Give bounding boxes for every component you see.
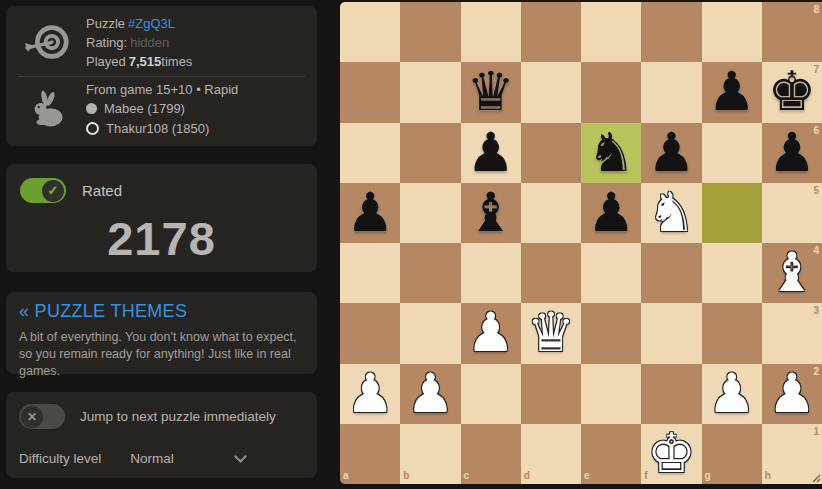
black-queen[interactable]: ♛	[461, 62, 521, 122]
square-h3[interactable]: 3	[762, 303, 822, 363]
black-pawn[interactable]: ♟	[641, 123, 701, 183]
square-a3[interactable]	[340, 303, 400, 363]
black-bishop[interactable]: ♝	[461, 183, 521, 243]
square-b6[interactable]	[400, 123, 460, 183]
square-d8[interactable]	[521, 2, 581, 62]
black-pawn[interactable]: ♟	[461, 123, 521, 183]
square-f3[interactable]	[641, 303, 701, 363]
jump-toggle-x-icon: ✕	[21, 406, 43, 428]
coord-file-h: h	[765, 471, 771, 481]
user-puzzle-rating: 2178	[20, 211, 303, 266]
puzzle-label: Puzzle	[86, 16, 125, 31]
square-a4[interactable]	[340, 243, 400, 303]
jump-next-toggle[interactable]: ✕	[19, 404, 65, 429]
coord-rank-8: 8	[813, 5, 819, 15]
rating-hidden-value: hidden	[130, 35, 169, 50]
square-e8[interactable]	[581, 2, 641, 62]
rabbit-icon	[18, 88, 78, 130]
black-pawn[interactable]: ♟	[581, 183, 641, 243]
puzzle-meta-section: Puzzle#ZgQ3L Rating:hidden Played7,515ti…	[18, 12, 305, 74]
white-knight[interactable]: ♞	[641, 183, 701, 243]
player-row-black: Thakur108 (1850)	[86, 119, 238, 139]
square-c2[interactable]	[461, 364, 521, 424]
square-g3[interactable]	[702, 303, 762, 363]
square-d5[interactable]	[521, 183, 581, 243]
square-b1[interactable]: b	[400, 424, 460, 484]
target-icon	[18, 20, 78, 66]
square-d7[interactable]	[521, 62, 581, 122]
coord-file-d: d	[524, 471, 530, 481]
square-a7[interactable]	[340, 62, 400, 122]
white-pawn[interactable]: ♟	[340, 364, 400, 424]
puzzle-rating-line: Rating:hidden	[86, 33, 195, 52]
square-b8[interactable]	[400, 2, 460, 62]
square-f6[interactable]: ♟	[641, 123, 701, 183]
player-link-thakur108[interactable]: Thakur108 (1850)	[106, 119, 209, 139]
coord-file-c: c	[464, 471, 470, 481]
coord-file-g: g	[705, 471, 711, 481]
square-b4[interactable]	[400, 243, 460, 303]
square-c1[interactable]: c	[461, 424, 521, 484]
square-f4[interactable]	[641, 243, 701, 303]
square-d3[interactable]: ♛	[521, 303, 581, 363]
square-h8[interactable]: 8	[762, 2, 822, 62]
square-h5[interactable]: 5	[762, 183, 822, 243]
difficulty-select[interactable]: Normal	[130, 451, 245, 466]
puzzle-themes-description: A bit of everything. You don't know what…	[19, 329, 304, 380]
square-d1[interactable]: d	[521, 424, 581, 484]
square-f2[interactable]	[641, 364, 701, 424]
square-b3[interactable]	[400, 303, 460, 363]
square-f7[interactable]	[641, 62, 701, 122]
square-g5[interactable]	[702, 183, 762, 243]
square-e6[interactable]: ♞	[581, 123, 641, 183]
square-c4[interactable]	[461, 243, 521, 303]
rated-label: Rated	[82, 182, 122, 199]
square-f1[interactable]: ♚f	[641, 424, 701, 484]
chevron-down-icon	[234, 450, 247, 463]
chess-board: 8♛♟♚7♟♞♟♟6♟♝♟♞5♝4♟♛3♟♟♟♟2abcde♚fgh1	[340, 2, 822, 484]
square-h4[interactable]: ♝4	[762, 243, 822, 303]
jump-next-label: Jump to next puzzle immediately	[80, 409, 276, 424]
coord-rank-5: 5	[813, 186, 819, 196]
coord-rank-7: 7	[813, 65, 819, 75]
square-f8[interactable]	[641, 2, 701, 62]
rating-label: Rating:	[86, 35, 127, 50]
square-e3[interactable]	[581, 303, 641, 363]
played-label: Played	[86, 54, 126, 69]
rating-box: ✓ Rated 2178	[6, 164, 317, 272]
square-g7[interactable]: ♟	[702, 62, 762, 122]
difficulty-label: Difficulty level	[19, 451, 101, 466]
square-b2[interactable]: ♟	[400, 364, 460, 424]
square-g6[interactable]	[702, 123, 762, 183]
square-h2[interactable]: ♟2	[762, 364, 822, 424]
puzzle-settings-box: ✕ Jump to next puzzle immediately Diffic…	[6, 392, 317, 478]
played-count: 7,515	[129, 54, 162, 69]
white-queen[interactable]: ♛	[521, 303, 581, 363]
square-e1[interactable]: e	[581, 424, 641, 484]
square-c3[interactable]: ♟	[461, 303, 521, 363]
square-c6[interactable]: ♟	[461, 123, 521, 183]
rated-toggle-check-icon: ✓	[42, 180, 64, 202]
puzzle-info-box: Puzzle#ZgQ3L Rating:hidden Played7,515ti…	[6, 6, 317, 146]
square-c8[interactable]	[461, 2, 521, 62]
square-h6[interactable]: ♟6	[762, 123, 822, 183]
source-game-section: From game 15+10 • Rapid Mabee (1799) Tha…	[18, 79, 305, 141]
played-suffix: times	[161, 54, 192, 69]
coord-file-b: b	[403, 471, 409, 481]
puzzle-played-line: Played7,515times	[86, 52, 195, 71]
coord-rank-3: 3	[813, 306, 819, 316]
square-a2[interactable]: ♟	[340, 364, 400, 424]
coord-rank-2: 2	[813, 367, 819, 377]
square-d4[interactable]	[521, 243, 581, 303]
source-game-heading: From game 15+10 • Rapid	[86, 80, 238, 99]
square-a1[interactable]: a	[340, 424, 400, 484]
square-f5[interactable]: ♞	[641, 183, 701, 243]
square-g8[interactable]	[702, 2, 762, 62]
square-e7[interactable]	[581, 62, 641, 122]
black-knight[interactable]: ♞	[581, 123, 641, 183]
coord-file-f: f	[644, 471, 647, 481]
square-a5[interactable]: ♟	[340, 183, 400, 243]
puzzle-themes-link[interactable]: « PUZZLE THEMES	[19, 301, 304, 322]
square-e2[interactable]	[581, 364, 641, 424]
square-c7[interactable]: ♛	[461, 62, 521, 122]
square-c5[interactable]: ♝	[461, 183, 521, 243]
square-h7[interactable]: ♚7	[762, 62, 822, 122]
white-pawn[interactable]: ♟	[400, 364, 460, 424]
coord-file-a: a	[343, 471, 349, 481]
square-d6[interactable]	[521, 123, 581, 183]
square-d2[interactable]	[521, 364, 581, 424]
puzzle-themes-box: « PUZZLE THEMES A bit of everything. You…	[6, 292, 317, 374]
rated-toggle[interactable]: ✓	[20, 178, 66, 203]
puzzle-title-line: Puzzle#ZgQ3L	[86, 14, 195, 33]
black-pawn[interactable]: ♟	[340, 183, 400, 243]
puzzle-id-link[interactable]: #ZgQ3L	[128, 16, 175, 31]
white-king[interactable]: ♚	[641, 424, 701, 484]
white-pawn[interactable]: ♟	[461, 303, 521, 363]
white-player-disc-icon	[86, 103, 97, 114]
square-b5[interactable]	[400, 183, 460, 243]
white-pawn[interactable]: ♟	[702, 364, 762, 424]
square-g4[interactable]	[702, 243, 762, 303]
square-g2[interactable]: ♟	[702, 364, 762, 424]
square-a6[interactable]	[340, 123, 400, 183]
player-link-mabee[interactable]: Mabee (1799)	[104, 99, 185, 119]
square-g1[interactable]: g	[702, 424, 762, 484]
square-e5[interactable]: ♟	[581, 183, 641, 243]
difficulty-selected-value: Normal	[130, 451, 174, 466]
coord-rank-4: 4	[813, 246, 819, 256]
coord-rank-1: 1	[813, 427, 819, 437]
player-row-white: Mabee (1799)	[86, 99, 238, 119]
black-pawn[interactable]: ♟	[702, 62, 762, 122]
square-e4[interactable]	[581, 243, 641, 303]
coord-file-e: e	[584, 471, 590, 481]
black-player-disc-icon	[86, 122, 99, 135]
square-b7[interactable]	[400, 62, 460, 122]
board-resize-handle[interactable]	[809, 471, 821, 483]
square-a8[interactable]	[340, 2, 400, 62]
info-divider	[18, 76, 305, 77]
coord-rank-6: 6	[813, 126, 819, 136]
